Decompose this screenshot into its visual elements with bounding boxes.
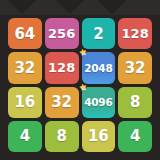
diamond-pattern-icon [56,0,84,14]
tile-2048[interactable]: 2048★ [82,52,116,83]
diamond-pattern-icon [8,0,36,14]
tile-128[interactable]: 128 [118,18,152,49]
game-board: 642562128321282048★3216324096★848164 [8,18,152,152]
tile-32[interactable]: 32 [8,52,42,83]
star-icon: ★ [78,47,88,58]
board-top-pattern [0,0,160,15]
tile-2[interactable]: 2 [82,18,116,49]
star-icon: ★ [78,82,88,93]
tile-8[interactable]: 8 [118,87,152,118]
diamond-pattern-icon [98,0,126,14]
tile-4096[interactable]: 4096★ [82,87,116,118]
tile-256[interactable]: 256 [45,18,79,49]
tile-64[interactable]: 64 [8,18,42,49]
tile-8[interactable]: 8 [45,121,79,152]
tile-4[interactable]: 4 [8,121,42,152]
tile-16[interactable]: 16 [8,87,42,118]
tile-128[interactable]: 128 [45,52,79,83]
tile-16[interactable]: 16 [82,121,116,152]
tile-4[interactable]: 4 [118,121,152,152]
tile-32[interactable]: 32 [118,52,152,83]
tile-32[interactable]: 32 [45,87,79,118]
